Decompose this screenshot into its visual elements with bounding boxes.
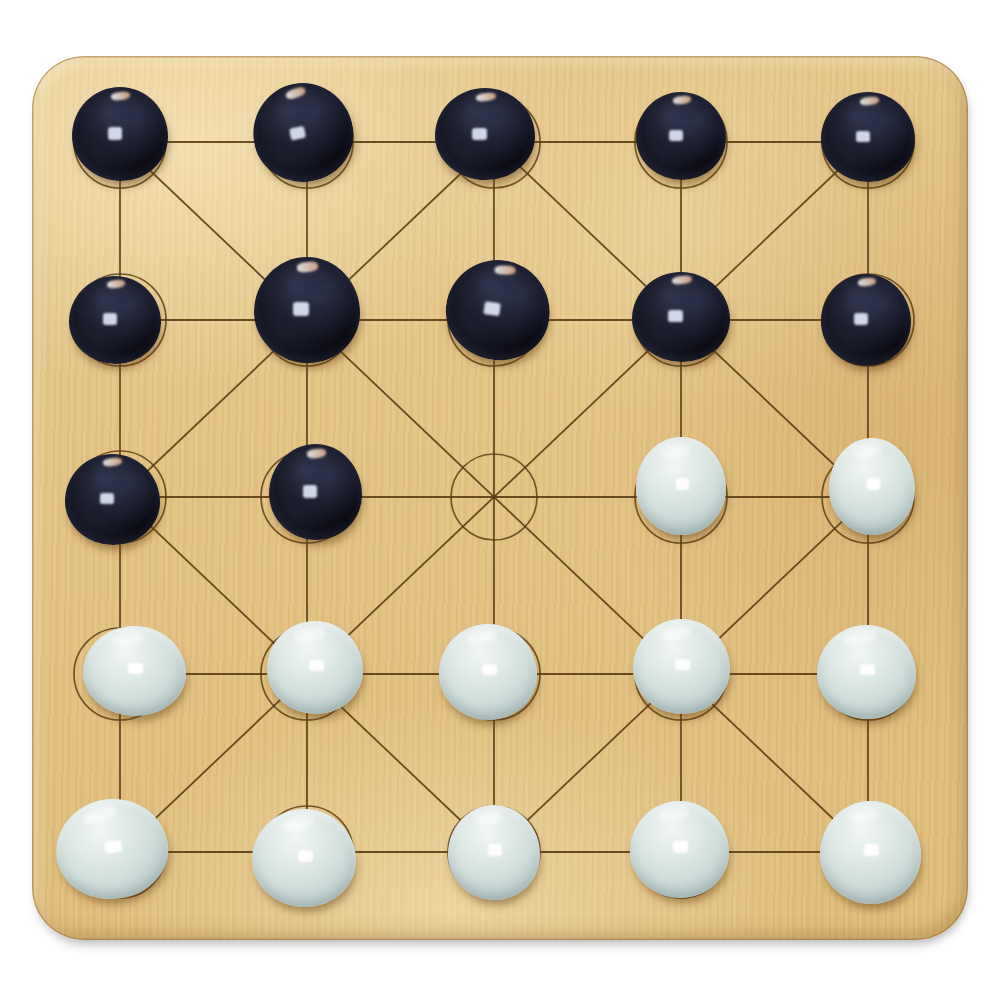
white-piece-b1[interactable] xyxy=(252,809,356,907)
point-d4[interactable] xyxy=(588,231,775,409)
point-c1[interactable] xyxy=(401,763,588,941)
point-a4[interactable] xyxy=(27,231,214,409)
white-piece-e3[interactable] xyxy=(829,438,915,535)
point-c2[interactable] xyxy=(401,586,588,764)
white-piece-d1[interactable] xyxy=(630,801,729,898)
black-piece-c5[interactable] xyxy=(435,88,535,180)
white-piece-b2[interactable] xyxy=(267,621,363,714)
point-e5[interactable] xyxy=(775,53,962,231)
white-piece-a2[interactable] xyxy=(83,626,186,716)
black-piece-b4[interactable] xyxy=(254,257,360,363)
black-piece-a4[interactable] xyxy=(69,276,161,364)
point-e4[interactable] xyxy=(775,231,962,409)
point-e2[interactable] xyxy=(775,586,962,764)
point-c3[interactable] xyxy=(401,408,588,586)
point-d5[interactable] xyxy=(588,53,775,231)
point-b5[interactable] xyxy=(214,53,401,231)
point-a5[interactable] xyxy=(27,53,214,231)
point-a1[interactable] xyxy=(27,763,214,941)
black-piece-e5[interactable] xyxy=(821,92,915,182)
point-d1[interactable] xyxy=(588,763,775,941)
point-a3[interactable] xyxy=(27,408,214,586)
white-piece-d2[interactable] xyxy=(633,619,730,714)
point-b4[interactable] xyxy=(214,231,401,409)
white-piece-e2[interactable] xyxy=(817,625,916,719)
white-piece-e1[interactable] xyxy=(820,801,921,904)
point-e1[interactable] xyxy=(775,763,962,941)
white-piece-d3[interactable] xyxy=(636,437,726,535)
white-piece-c1[interactable] xyxy=(448,805,540,900)
black-piece-c4[interactable] xyxy=(440,253,557,367)
board-photo xyxy=(0,0,1000,1000)
black-piece-a5[interactable] xyxy=(72,87,168,181)
black-piece-d5[interactable] xyxy=(636,92,726,180)
point-a2[interactable] xyxy=(27,586,214,764)
point-c4[interactable] xyxy=(401,231,588,409)
black-piece-d4[interactable] xyxy=(632,272,730,362)
black-piece-b5[interactable] xyxy=(244,73,362,191)
white-piece-a1[interactable] xyxy=(50,792,175,907)
point-b3[interactable] xyxy=(214,408,401,586)
black-piece-b3[interactable] xyxy=(269,444,362,540)
point-d3[interactable] xyxy=(588,408,775,586)
point-b1[interactable] xyxy=(214,763,401,941)
point-d2[interactable] xyxy=(588,586,775,764)
black-piece-a3[interactable] xyxy=(65,454,160,545)
point-e3[interactable] xyxy=(775,408,962,586)
point-b2[interactable] xyxy=(214,586,401,764)
points-grid xyxy=(27,53,962,941)
point-c5[interactable] xyxy=(401,53,588,231)
black-piece-e4[interactable] xyxy=(821,274,911,366)
white-piece-c2[interactable] xyxy=(439,624,537,720)
alquerque-board xyxy=(32,56,968,940)
